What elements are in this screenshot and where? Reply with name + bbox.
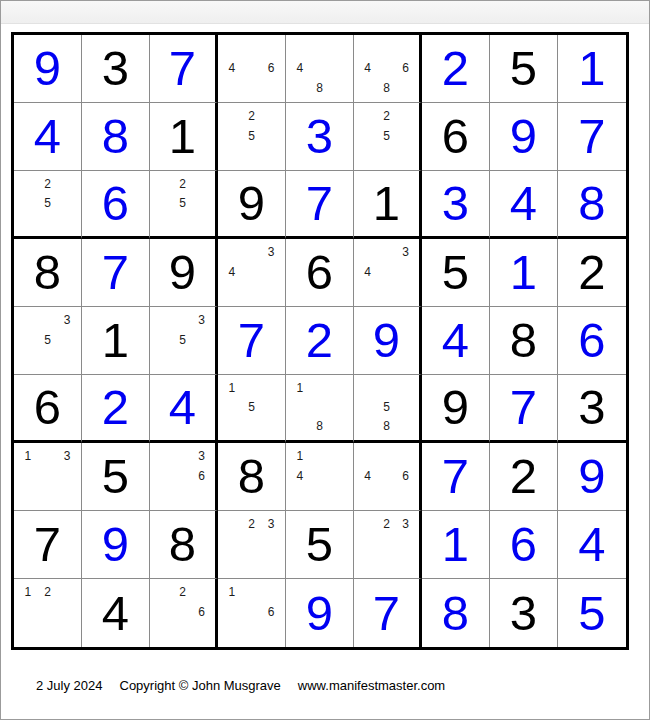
cell-r6c5[interactable]: 18 xyxy=(286,375,354,443)
cell-r9c8[interactable]: 3 xyxy=(490,579,558,647)
pencil-digit: 4 xyxy=(290,466,310,486)
cell-r9c3[interactable]: 26 xyxy=(150,579,218,647)
cell-r4c1[interactable]: 8 xyxy=(14,239,82,307)
pencil-marks: 25 xyxy=(358,106,415,166)
pencil-digit: 1 xyxy=(290,446,310,466)
pencil-digit: 5 xyxy=(377,126,396,146)
given-digit: 9 xyxy=(169,248,196,297)
pencil-digit: 4 xyxy=(290,58,310,78)
cell-r3c1[interactable]: 25 xyxy=(14,171,82,239)
pencil-digit: 3 xyxy=(57,446,77,466)
pencil-digit: 2 xyxy=(38,582,58,602)
cell-r8c4[interactable]: 23 xyxy=(218,511,286,579)
cell-r9c7[interactable]: 8 xyxy=(422,579,490,647)
cell-r4c3[interactable]: 9 xyxy=(150,239,218,307)
pencil-digit: 5 xyxy=(38,193,58,212)
cell-r1c6[interactable]: 468 xyxy=(354,35,422,103)
given-digit: 5 xyxy=(306,520,333,569)
cell-r5c1[interactable]: 35 xyxy=(14,307,82,375)
cell-r4c9[interactable]: 2 xyxy=(558,239,626,307)
cell-r3c4[interactable]: 9 xyxy=(218,171,286,239)
cell-r5c4[interactable]: 7 xyxy=(218,307,286,375)
pencil-marks: 36 xyxy=(154,446,211,506)
pencil-marks: 25 xyxy=(154,174,211,232)
pencil-digit: 8 xyxy=(310,417,330,436)
footer-copyright: Copyright © John Musgrave xyxy=(120,678,281,693)
solved-digit: 2 xyxy=(102,383,129,432)
given-digit: 2 xyxy=(510,452,537,501)
solved-digit: 9 xyxy=(373,316,400,365)
cell-r8c7[interactable]: 1 xyxy=(422,511,490,579)
cell-r1c1[interactable]: 9 xyxy=(14,35,82,103)
pencil-digit: 6 xyxy=(192,466,211,486)
solved-digit: 6 xyxy=(102,179,129,228)
solved-digit: 2 xyxy=(442,44,469,93)
pencil-marks: 468 xyxy=(358,38,415,98)
given-digit: 1 xyxy=(102,316,129,365)
cell-r3c7[interactable]: 3 xyxy=(422,171,490,239)
solved-digit: 9 xyxy=(578,452,605,501)
solved-digit: 2 xyxy=(306,316,333,365)
cell-r4c5[interactable]: 6 xyxy=(286,239,354,307)
cell-r7c2[interactable]: 5 xyxy=(82,443,150,511)
pencil-marks: 58 xyxy=(358,378,415,436)
cell-r2c4[interactable]: 25 xyxy=(218,103,286,171)
solved-digit: 5 xyxy=(578,589,605,638)
pencil-marks: 25 xyxy=(222,106,281,166)
cell-r9c6[interactable]: 7 xyxy=(354,579,422,647)
cell-r1c4[interactable]: 46 xyxy=(218,35,286,103)
cell-r5c6[interactable]: 9 xyxy=(354,307,422,375)
pencil-digit: 6 xyxy=(192,602,211,622)
pencil-digit: 4 xyxy=(222,58,242,78)
cell-r9c2[interactable]: 4 xyxy=(82,579,150,647)
given-digit: 3 xyxy=(578,383,605,432)
cell-r4c6[interactable]: 34 xyxy=(354,239,422,307)
cell-r1c5[interactable]: 48 xyxy=(286,35,354,103)
given-digit: 6 xyxy=(442,112,469,161)
cell-r5c5[interactable]: 2 xyxy=(286,307,354,375)
pencil-digit: 2 xyxy=(377,106,396,126)
cell-r1c3[interactable]: 7 xyxy=(150,35,218,103)
pencil-digit: 8 xyxy=(377,417,396,436)
cell-r5c9[interactable]: 6 xyxy=(558,307,626,375)
solved-digit: 8 xyxy=(442,589,469,638)
cell-r7c5[interactable]: 14 xyxy=(286,443,354,511)
given-digit: 7 xyxy=(34,520,61,569)
cell-r6c7[interactable]: 9 xyxy=(422,375,490,443)
pencil-marks: 23 xyxy=(222,514,281,574)
sudoku-board: 9374648468251481253256972562597134887934… xyxy=(11,32,629,650)
solved-digit: 8 xyxy=(578,179,605,228)
footer-website: www.manifestmaster.com xyxy=(298,678,445,693)
cell-r6c8[interactable]: 7 xyxy=(490,375,558,443)
cell-r8c3[interactable]: 8 xyxy=(150,511,218,579)
cell-r7c9[interactable]: 9 xyxy=(558,443,626,511)
given-digit: 8 xyxy=(510,316,537,365)
pencil-marks: 25 xyxy=(18,174,77,232)
pencil-digit: 6 xyxy=(261,602,281,622)
given-digit: 5 xyxy=(442,248,469,297)
pencil-digit: 8 xyxy=(377,78,396,98)
cell-r8c8[interactable]: 6 xyxy=(490,511,558,579)
cell-r7c1[interactable]: 13 xyxy=(14,443,82,511)
cell-r5c3[interactable]: 35 xyxy=(150,307,218,375)
solved-digit: 1 xyxy=(442,520,469,569)
cell-r3c3[interactable]: 25 xyxy=(150,171,218,239)
given-digit: 8 xyxy=(169,520,196,569)
solved-digit: 7 xyxy=(578,112,605,161)
pencil-digit: 4 xyxy=(358,466,377,486)
pencil-digit: 6 xyxy=(261,58,281,78)
given-digit: 2 xyxy=(578,248,605,297)
pencil-marks: 35 xyxy=(18,310,77,370)
cell-r6c2[interactable]: 2 xyxy=(82,375,150,443)
pencil-marks: 34 xyxy=(358,242,415,302)
solved-digit: 9 xyxy=(34,44,61,93)
footer-date: 2 July 2024 xyxy=(36,678,103,693)
solved-digit: 1 xyxy=(578,44,605,93)
pencil-digit: 1 xyxy=(18,446,38,466)
given-digit: 9 xyxy=(442,383,469,432)
pencil-digit: 1 xyxy=(222,378,242,397)
pencil-digit: 6 xyxy=(396,58,415,78)
pencil-digit: 4 xyxy=(358,58,377,78)
pencil-digit: 2 xyxy=(173,174,192,193)
pencil-marks: 35 xyxy=(154,310,211,370)
given-digit: 1 xyxy=(169,112,196,161)
given-digit: 3 xyxy=(510,589,537,638)
cell-r3c9[interactable]: 8 xyxy=(558,171,626,239)
solved-digit: 7 xyxy=(102,248,129,297)
pencil-digit: 3 xyxy=(261,514,281,534)
solved-digit: 7 xyxy=(238,316,265,365)
cell-r8c6[interactable]: 23 xyxy=(354,511,422,579)
solved-digit: 9 xyxy=(102,520,129,569)
cell-r8c2[interactable]: 9 xyxy=(82,511,150,579)
cell-r3c8[interactable]: 4 xyxy=(490,171,558,239)
cell-r8c1[interactable]: 7 xyxy=(14,511,82,579)
pencil-digit: 8 xyxy=(310,78,330,98)
pencil-marks: 12 xyxy=(18,582,77,643)
pencil-digit: 5 xyxy=(173,330,192,350)
cell-r8c5[interactable]: 5 xyxy=(286,511,354,579)
cell-r9c4[interactable]: 16 xyxy=(218,579,286,647)
pencil-marks: 46 xyxy=(358,446,415,506)
pencil-marks: 46 xyxy=(222,38,281,98)
pencil-marks: 48 xyxy=(290,38,349,98)
pencil-digit: 1 xyxy=(222,582,242,602)
cell-r1c2[interactable]: 3 xyxy=(82,35,150,103)
given-digit: 6 xyxy=(34,383,61,432)
window-titlebar xyxy=(1,1,649,24)
given-digit: 1 xyxy=(373,179,400,228)
cell-r7c6[interactable]: 46 xyxy=(354,443,422,511)
pencil-digit: 2 xyxy=(242,106,262,126)
cell-r2c3[interactable]: 1 xyxy=(150,103,218,171)
cell-r2c5[interactable]: 3 xyxy=(286,103,354,171)
pencil-digit: 3 xyxy=(192,446,211,466)
pencil-marks: 16 xyxy=(222,582,281,643)
cell-r6c1[interactable]: 6 xyxy=(14,375,82,443)
pencil-digit: 2 xyxy=(242,514,262,534)
cell-r5c2[interactable]: 1 xyxy=(82,307,150,375)
solved-digit: 7 xyxy=(510,383,537,432)
pencil-digit: 5 xyxy=(242,126,262,146)
solved-digit: 9 xyxy=(510,112,537,161)
given-digit: 8 xyxy=(34,248,61,297)
cell-r4c8[interactable]: 1 xyxy=(490,239,558,307)
cell-r9c9[interactable]: 5 xyxy=(558,579,626,647)
given-digit: 9 xyxy=(238,179,265,228)
solved-digit: 4 xyxy=(510,179,537,228)
cell-r5c7[interactable]: 4 xyxy=(422,307,490,375)
given-digit: 4 xyxy=(102,589,129,638)
given-digit: 5 xyxy=(102,452,129,501)
solved-digit: 3 xyxy=(442,179,469,228)
solved-digit: 7 xyxy=(373,589,400,638)
solved-digit: 7 xyxy=(442,452,469,501)
cell-r3c2[interactable]: 6 xyxy=(82,171,150,239)
pencil-marks: 13 xyxy=(18,446,77,506)
given-digit: 3 xyxy=(102,44,129,93)
pencil-digit: 5 xyxy=(38,330,58,350)
pencil-digit: 2 xyxy=(377,514,396,534)
cell-r4c2[interactable]: 7 xyxy=(82,239,150,307)
cell-r7c3[interactable]: 36 xyxy=(150,443,218,511)
solved-digit: 1 xyxy=(510,248,537,297)
pencil-digit: 6 xyxy=(396,466,415,486)
cell-r2c2[interactable]: 8 xyxy=(82,103,150,171)
solved-digit: 7 xyxy=(306,179,333,228)
pencil-digit: 1 xyxy=(290,378,310,397)
cell-r2c1[interactable]: 4 xyxy=(14,103,82,171)
pencil-digit: 3 xyxy=(396,514,415,534)
cell-r5c8[interactable]: 8 xyxy=(490,307,558,375)
cell-r4c4[interactable]: 34 xyxy=(218,239,286,307)
cell-r1c9[interactable]: 1 xyxy=(558,35,626,103)
pencil-digit: 3 xyxy=(57,310,77,330)
cell-r2c7[interactable]: 6 xyxy=(422,103,490,171)
solved-digit: 8 xyxy=(102,112,129,161)
pencil-digit: 4 xyxy=(358,262,377,282)
cell-r9c1[interactable]: 12 xyxy=(14,579,82,647)
cell-r3c6[interactable]: 1 xyxy=(354,171,422,239)
pencil-digit: 3 xyxy=(396,242,415,262)
cell-r3c5[interactable]: 7 xyxy=(286,171,354,239)
pencil-digit: 2 xyxy=(38,174,58,193)
solved-digit: 7 xyxy=(169,44,196,93)
pencil-digit: 2 xyxy=(173,582,192,602)
pencil-marks: 26 xyxy=(154,582,211,643)
cell-r2c6[interactable]: 25 xyxy=(354,103,422,171)
solved-digit: 6 xyxy=(510,520,537,569)
solved-digit: 9 xyxy=(306,589,333,638)
pencil-digit: 1 xyxy=(18,582,38,602)
pencil-digit: 5 xyxy=(242,397,262,416)
pencil-marks: 14 xyxy=(290,446,349,506)
cell-r8c9[interactable]: 4 xyxy=(558,511,626,579)
solved-digit: 4 xyxy=(442,316,469,365)
cell-r7c7[interactable]: 7 xyxy=(422,443,490,511)
pencil-marks: 23 xyxy=(358,514,415,574)
given-digit: 8 xyxy=(238,452,265,501)
given-digit: 6 xyxy=(306,248,333,297)
cell-r7c8[interactable]: 2 xyxy=(490,443,558,511)
cell-r4c7[interactable]: 5 xyxy=(422,239,490,307)
pencil-digit: 5 xyxy=(377,397,396,416)
cell-r1c8[interactable]: 5 xyxy=(490,35,558,103)
pencil-digit: 5 xyxy=(173,193,192,212)
pencil-digit: 4 xyxy=(222,262,242,282)
solved-digit: 3 xyxy=(306,112,333,161)
cell-r6c3[interactable]: 4 xyxy=(150,375,218,443)
solved-digit: 4 xyxy=(578,520,605,569)
cell-r2c8[interactable]: 9 xyxy=(490,103,558,171)
solved-digit: 6 xyxy=(578,316,605,365)
cell-r6c4[interactable]: 15 xyxy=(218,375,286,443)
cell-r6c6[interactable]: 58 xyxy=(354,375,422,443)
pencil-digit: 3 xyxy=(261,242,281,262)
cell-r2c9[interactable]: 7 xyxy=(558,103,626,171)
cell-r1c7[interactable]: 2 xyxy=(422,35,490,103)
cell-r9c5[interactable]: 9 xyxy=(286,579,354,647)
pencil-marks: 15 xyxy=(222,378,281,436)
solved-digit: 4 xyxy=(34,112,61,161)
solved-digit: 4 xyxy=(169,383,196,432)
given-digit: 5 xyxy=(510,44,537,93)
cell-r6c9[interactable]: 3 xyxy=(558,375,626,443)
page: 9374648468251481253256972562597134887934… xyxy=(0,0,650,720)
pencil-marks: 18 xyxy=(290,378,349,436)
cell-r7c4[interactable]: 8 xyxy=(218,443,286,511)
pencil-digit: 3 xyxy=(192,310,211,330)
footer: 2 July 2024 Copyright © John Musgrave ww… xyxy=(36,678,649,693)
pencil-marks: 34 xyxy=(222,242,281,302)
